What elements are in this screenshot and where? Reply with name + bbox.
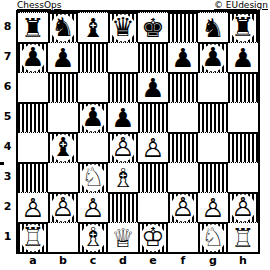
- file-label-c: c: [78, 254, 108, 268]
- square-c1[interactable]: ♗: [78, 222, 108, 252]
- square-f6[interactable]: [168, 72, 198, 102]
- piece-black-knight[interactable]: ♞: [198, 13, 228, 43]
- file-label-b: b: [48, 254, 78, 268]
- square-d3[interactable]: ♗: [108, 162, 138, 192]
- square-g2[interactable]: ♙: [198, 192, 228, 222]
- square-a7[interactable]: ♟: [18, 42, 48, 72]
- file-label-d: d: [108, 254, 138, 268]
- square-e4[interactable]: ♙: [138, 132, 168, 162]
- square-g8[interactable]: ♞: [198, 12, 228, 42]
- file-label-f: f: [168, 254, 198, 268]
- chess-app-window: ChessOps © EUdesign 87654321 ♜♞♝♛♚♞♜♟♟♟♟…: [0, 0, 270, 270]
- square-a3[interactable]: [18, 162, 48, 192]
- square-c2[interactable]: ♙: [78, 192, 108, 222]
- piece-black-bishop[interactable]: ♝: [78, 13, 108, 43]
- square-a4[interactable]: [18, 132, 48, 162]
- piece-white-pawn[interactable]: ♙: [78, 193, 108, 223]
- piece-black-pawn[interactable]: ♟: [228, 43, 258, 73]
- square-c4[interactable]: [78, 132, 108, 162]
- square-e8[interactable]: ♚: [138, 12, 168, 42]
- piece-white-pawn[interactable]: ♙: [18, 193, 48, 223]
- rank-label-2: 2: [0, 192, 15, 222]
- piece-white-pawn[interactable]: ♙: [138, 133, 168, 163]
- piece-white-knight[interactable]: ♘: [198, 222, 228, 252]
- square-e3[interactable]: [138, 162, 168, 192]
- square-e2[interactable]: [138, 192, 168, 222]
- square-d2[interactable]: [108, 192, 138, 222]
- piece-black-knight[interactable]: ♞: [48, 12, 78, 42]
- rank-label-3: 3: [0, 162, 15, 192]
- square-d7[interactable]: [108, 42, 138, 72]
- piece-white-pawn[interactable]: ♙: [108, 132, 138, 162]
- chess-board: ♜♞♝♛♚♞♜♟♟♟♟♟♟♟♟♝♙♙♘♗♙♙♙♙♙♙♖♗♕♔♘♖: [16, 10, 260, 254]
- edge-tick-mark: [0, 162, 4, 165]
- square-b5[interactable]: [48, 102, 78, 132]
- square-a2[interactable]: ♙: [18, 192, 48, 222]
- square-f3[interactable]: [168, 162, 198, 192]
- square-b3[interactable]: [48, 162, 78, 192]
- square-c8[interactable]: ♝: [78, 12, 108, 42]
- square-e1[interactable]: ♔: [138, 222, 168, 252]
- square-c3[interactable]: ♘: [78, 162, 108, 192]
- square-h5[interactable]: [228, 102, 258, 132]
- piece-black-pawn[interactable]: ♟: [108, 103, 138, 133]
- rank-label-4: 4: [0, 132, 15, 162]
- square-f5[interactable]: [168, 102, 198, 132]
- app-title: ChessOps: [17, 0, 61, 10]
- square-b6[interactable]: [48, 72, 78, 102]
- piece-white-pawn[interactable]: ♙: [48, 192, 78, 222]
- square-d6[interactable]: [108, 72, 138, 102]
- file-label-e: e: [138, 254, 168, 268]
- square-a6[interactable]: [18, 72, 48, 102]
- piece-black-pawn[interactable]: ♟: [48, 43, 78, 73]
- piece-black-bishop[interactable]: ♝: [48, 132, 78, 162]
- square-f1[interactable]: [168, 222, 198, 252]
- square-g3[interactable]: [198, 162, 228, 192]
- square-d1[interactable]: ♕: [108, 222, 138, 252]
- square-f8[interactable]: [168, 12, 198, 42]
- piece-white-pawn[interactable]: ♙: [228, 192, 258, 222]
- piece-black-rook[interactable]: ♜: [228, 12, 258, 42]
- square-e6[interactable]: ♟: [138, 72, 168, 102]
- file-labels: abcdefgh: [18, 254, 258, 268]
- piece-black-pawn[interactable]: ♟: [78, 102, 108, 132]
- square-g4[interactable]: [198, 132, 228, 162]
- square-b7[interactable]: ♟: [48, 42, 78, 72]
- square-f2[interactable]: ♙: [168, 192, 198, 222]
- square-h1[interactable]: ♖: [228, 222, 258, 252]
- piece-white-rook[interactable]: ♖: [18, 222, 48, 252]
- rank-label-6: 6: [0, 72, 15, 102]
- square-b4[interactable]: ♝: [48, 132, 78, 162]
- piece-white-bishop[interactable]: ♗: [78, 222, 108, 252]
- file-label-a: a: [18, 254, 48, 268]
- file-label-h: h: [228, 254, 258, 268]
- piece-black-queen[interactable]: ♛: [108, 12, 138, 42]
- square-c7[interactable]: [78, 42, 108, 72]
- rank-label-8: 8: [0, 12, 15, 42]
- square-a5[interactable]: [18, 102, 48, 132]
- piece-black-rook[interactable]: ♜: [18, 13, 48, 43]
- square-g7[interactable]: ♟: [198, 42, 228, 72]
- rank-labels: 87654321: [0, 12, 15, 252]
- square-e7[interactable]: [138, 42, 168, 72]
- square-d8[interactable]: ♛: [108, 12, 138, 42]
- square-h7[interactable]: ♟: [228, 42, 258, 72]
- piece-black-pawn[interactable]: ♟: [198, 42, 228, 72]
- square-h3[interactable]: [228, 162, 258, 192]
- square-a8[interactable]: ♜: [18, 12, 48, 42]
- square-f7[interactable]: ♟: [168, 42, 198, 72]
- square-d4[interactable]: ♙: [108, 132, 138, 162]
- square-g6[interactable]: [198, 72, 228, 102]
- square-h4[interactable]: [228, 132, 258, 162]
- rank-label-1: 1: [0, 222, 15, 252]
- square-h2[interactable]: ♙: [228, 192, 258, 222]
- square-b2[interactable]: ♙: [48, 192, 78, 222]
- square-h8[interactable]: ♜: [228, 12, 258, 42]
- square-a1[interactable]: ♖: [18, 222, 48, 252]
- rank-label-7: 7: [0, 42, 15, 72]
- square-d5[interactable]: ♟: [108, 102, 138, 132]
- square-h6[interactable]: [228, 72, 258, 102]
- piece-white-pawn[interactable]: ♙: [198, 193, 228, 223]
- square-b1[interactable]: [48, 222, 78, 252]
- piece-black-pawn[interactable]: ♟: [18, 42, 48, 72]
- square-g1[interactable]: ♘: [198, 222, 228, 252]
- piece-white-king[interactable]: ♔: [138, 222, 168, 252]
- piece-white-knight[interactable]: ♘: [78, 162, 108, 192]
- piece-white-pawn[interactable]: ♙: [168, 192, 198, 222]
- square-b8[interactable]: ♞: [48, 12, 78, 42]
- piece-black-pawn[interactable]: ♟: [138, 73, 168, 103]
- square-c6[interactable]: [78, 72, 108, 102]
- square-c5[interactable]: ♟: [78, 102, 108, 132]
- piece-white-rook[interactable]: ♖: [228, 223, 258, 253]
- square-e5[interactable]: [138, 102, 168, 132]
- piece-white-queen[interactable]: ♕: [108, 223, 138, 253]
- square-f4[interactable]: [168, 132, 198, 162]
- piece-black-king[interactable]: ♚: [138, 13, 168, 43]
- copyright-credit: © EUdesign: [214, 0, 268, 10]
- rank-label-5: 5: [0, 102, 15, 132]
- file-label-g: g: [198, 254, 228, 268]
- piece-white-bishop[interactable]: ♗: [108, 163, 138, 193]
- piece-black-pawn[interactable]: ♟: [168, 43, 198, 73]
- square-g5[interactable]: [198, 102, 228, 132]
